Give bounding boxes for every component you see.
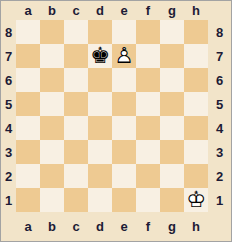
file-label-f-bottom: f [136, 212, 160, 241]
rank-label-2-right: 2 [208, 164, 231, 188]
rank-label-6-right: 6 [208, 68, 231, 92]
square-d6[interactable] [88, 68, 112, 92]
square-e3[interactable] [112, 140, 136, 164]
rank-label-7-left: 7 [1, 44, 16, 68]
square-a4[interactable] [16, 116, 40, 140]
square-d3[interactable] [88, 140, 112, 164]
square-h5[interactable] [184, 92, 208, 116]
square-c1[interactable] [64, 188, 88, 212]
file-label-d-top: d [88, 1, 112, 20]
square-e8[interactable] [112, 20, 136, 44]
square-d2[interactable] [88, 164, 112, 188]
square-f5[interactable] [136, 92, 160, 116]
square-g1[interactable] [160, 188, 184, 212]
file-label-e-bottom: e [112, 212, 136, 241]
rank-label-2-left: 2 [1, 164, 16, 188]
square-g4[interactable] [160, 116, 184, 140]
file-label-d-bottom: d [88, 212, 112, 241]
square-e5[interactable] [112, 92, 136, 116]
square-b2[interactable] [40, 164, 64, 188]
square-h7[interactable] [184, 44, 208, 68]
rank-label-4-right: 4 [208, 116, 231, 140]
file-label-a-top: a [16, 1, 40, 20]
square-b1[interactable] [40, 188, 64, 212]
file-label-c-bottom: c [64, 212, 88, 241]
square-d5[interactable] [88, 92, 112, 116]
square-c2[interactable] [64, 164, 88, 188]
square-e6[interactable] [112, 68, 136, 92]
rank-label-6-left: 6 [1, 68, 16, 92]
square-f7[interactable] [136, 44, 160, 68]
corner-bottom-left [1, 212, 16, 241]
square-g2[interactable] [160, 164, 184, 188]
white-king-outline-glyph: ♔ [184, 188, 208, 212]
square-b3[interactable] [40, 140, 64, 164]
file-label-a-bottom: a [16, 212, 40, 241]
square-f1[interactable] [136, 188, 160, 212]
square-h1[interactable]: ♚♔ [184, 188, 208, 212]
square-c5[interactable] [64, 92, 88, 116]
square-f2[interactable] [136, 164, 160, 188]
square-h3[interactable] [184, 140, 208, 164]
square-a7[interactable] [16, 44, 40, 68]
square-g8[interactable] [160, 20, 184, 44]
square-c3[interactable] [64, 140, 88, 164]
square-d1[interactable] [88, 188, 112, 212]
square-h8[interactable] [184, 20, 208, 44]
square-e2[interactable] [112, 164, 136, 188]
square-a2[interactable] [16, 164, 40, 188]
square-d4[interactable] [88, 116, 112, 140]
square-b6[interactable] [40, 68, 64, 92]
rank-label-8-left: 8 [1, 20, 16, 44]
corner-bottom-right [208, 212, 231, 241]
square-e7[interactable]: ♟♙ [112, 44, 136, 68]
chess-board-diagram: abcdefgh887♚♟♙766554433221♚♔1abcdefgh [0, 0, 232, 242]
rank-label-3-right: 3 [208, 140, 231, 164]
square-d7[interactable]: ♚ [88, 44, 112, 68]
square-c4[interactable] [64, 116, 88, 140]
file-label-f-top: f [136, 1, 160, 20]
square-f4[interactable] [136, 116, 160, 140]
square-f3[interactable] [136, 140, 160, 164]
file-label-e-top: e [112, 1, 136, 20]
square-g7[interactable] [160, 44, 184, 68]
square-e4[interactable] [112, 116, 136, 140]
rank-label-5-right: 5 [208, 92, 231, 116]
square-g3[interactable] [160, 140, 184, 164]
rank-label-1-right: 1 [208, 188, 231, 212]
square-a3[interactable] [16, 140, 40, 164]
square-d8[interactable] [88, 20, 112, 44]
piece-white-pawn[interactable]: ♟♙ [112, 44, 136, 68]
white-pawn-outline-glyph: ♙ [112, 44, 136, 68]
square-c8[interactable] [64, 20, 88, 44]
rank-label-7-right: 7 [208, 44, 231, 68]
rank-label-4-left: 4 [1, 116, 16, 140]
square-h6[interactable] [184, 68, 208, 92]
square-a8[interactable] [16, 20, 40, 44]
black-king-glyph: ♚ [88, 44, 112, 68]
file-label-h-top: h [184, 1, 208, 20]
rank-label-8-right: 8 [208, 20, 231, 44]
square-b5[interactable] [40, 92, 64, 116]
corner-top-right [208, 1, 231, 20]
rank-label-1-left: 1 [1, 188, 16, 212]
rank-label-3-left: 3 [1, 140, 16, 164]
square-h2[interactable] [184, 164, 208, 188]
square-f6[interactable] [136, 68, 160, 92]
corner-top-left [1, 1, 16, 20]
square-h4[interactable] [184, 116, 208, 140]
file-label-g-bottom: g [160, 212, 184, 241]
piece-black-king[interactable]: ♚ [88, 44, 112, 68]
file-label-b-top: b [40, 1, 64, 20]
square-c7[interactable] [64, 44, 88, 68]
square-b8[interactable] [40, 20, 64, 44]
file-label-c-top: c [64, 1, 88, 20]
square-a5[interactable] [16, 92, 40, 116]
file-label-g-top: g [160, 1, 184, 20]
square-g6[interactable] [160, 68, 184, 92]
square-a1[interactable] [16, 188, 40, 212]
square-e1[interactable] [112, 188, 136, 212]
square-g5[interactable] [160, 92, 184, 116]
square-c6[interactable] [64, 68, 88, 92]
file-label-h-bottom: h [184, 212, 208, 241]
square-a6[interactable] [16, 68, 40, 92]
square-b4[interactable] [40, 116, 64, 140]
file-label-b-bottom: b [40, 212, 64, 241]
square-b7[interactable] [40, 44, 64, 68]
piece-white-king[interactable]: ♚♔ [184, 188, 208, 212]
square-f8[interactable] [136, 20, 160, 44]
rank-label-5-left: 5 [1, 92, 16, 116]
